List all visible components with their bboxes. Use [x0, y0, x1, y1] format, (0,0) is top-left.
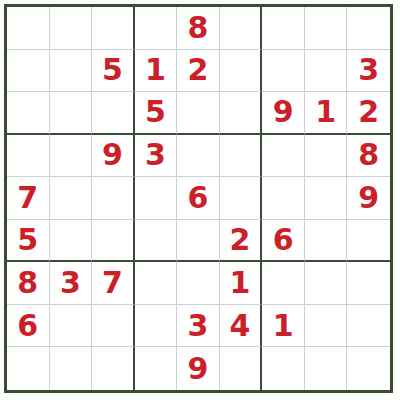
- cell-r1c7[interactable]: [262, 7, 305, 50]
- given-digit: 9: [358, 183, 379, 213]
- cell-r9c3[interactable]: [92, 347, 135, 390]
- cell-r2c7[interactable]: [262, 50, 305, 93]
- cell-r7c5[interactable]: [177, 262, 220, 305]
- cell-r3c1[interactable]: [7, 92, 50, 135]
- cell-r3c2[interactable]: [50, 92, 93, 135]
- cell-r6c1[interactable]: 5: [7, 220, 50, 263]
- given-digit: 2: [188, 55, 209, 85]
- given-digit: 7: [102, 268, 123, 298]
- cell-r5c3[interactable]: [92, 177, 135, 220]
- cell-r9c7[interactable]: [262, 347, 305, 390]
- cell-r5c4[interactable]: [135, 177, 178, 220]
- given-digit: 1: [273, 311, 294, 341]
- given-digit: 8: [188, 13, 209, 43]
- cell-r4c6[interactable]: [220, 135, 263, 178]
- given-digit: 6: [188, 183, 209, 213]
- given-digit: 1: [145, 55, 166, 85]
- cell-r2c4[interactable]: 1: [135, 50, 178, 93]
- given-digit: 8: [358, 140, 379, 170]
- given-digit: 1: [315, 97, 336, 127]
- given-digit: 1: [230, 268, 251, 298]
- cell-r8c1[interactable]: 6: [7, 305, 50, 348]
- cell-r5c9[interactable]: 9: [347, 177, 390, 220]
- cell-r7c2[interactable]: 3: [50, 262, 93, 305]
- cell-r7c6[interactable]: 1: [220, 262, 263, 305]
- cell-r2c3[interactable]: 5: [92, 50, 135, 93]
- cell-r6c4[interactable]: [135, 220, 178, 263]
- cell-r4c9[interactable]: 8: [347, 135, 390, 178]
- cell-r2c1[interactable]: [7, 50, 50, 93]
- cell-r8c4[interactable]: [135, 305, 178, 348]
- cell-r1c2[interactable]: [50, 7, 93, 50]
- given-digit: 9: [273, 97, 294, 127]
- cell-r8c7[interactable]: 1: [262, 305, 305, 348]
- cell-r4c8[interactable]: [305, 135, 348, 178]
- cell-r5c1[interactable]: 7: [7, 177, 50, 220]
- cell-r8c9[interactable]: [347, 305, 390, 348]
- given-digit: 3: [145, 140, 166, 170]
- given-digit: 5: [17, 225, 38, 255]
- cell-r9c5[interactable]: 9: [177, 347, 220, 390]
- cell-r7c1[interactable]: 8: [7, 262, 50, 305]
- sudoku-board: 851235912938769526837163419: [4, 4, 393, 393]
- cell-r8c5[interactable]: 3: [177, 305, 220, 348]
- cell-r3c9[interactable]: 2: [347, 92, 390, 135]
- given-digit: 3: [60, 268, 81, 298]
- given-digit: 8: [17, 268, 38, 298]
- cell-r4c5[interactable]: [177, 135, 220, 178]
- cell-r7c3[interactable]: 7: [92, 262, 135, 305]
- cell-r5c6[interactable]: [220, 177, 263, 220]
- cell-r8c8[interactable]: [305, 305, 348, 348]
- cell-r6c5[interactable]: [177, 220, 220, 263]
- cell-r8c2[interactable]: [50, 305, 93, 348]
- cell-r3c7[interactable]: 9: [262, 92, 305, 135]
- cell-r3c6[interactable]: [220, 92, 263, 135]
- cell-r1c5[interactable]: 8: [177, 7, 220, 50]
- cell-r8c3[interactable]: [92, 305, 135, 348]
- cell-r1c8[interactable]: [305, 7, 348, 50]
- cell-r6c9[interactable]: [347, 220, 390, 263]
- cell-r9c1[interactable]: [7, 347, 50, 390]
- cell-r4c7[interactable]: [262, 135, 305, 178]
- cell-r1c4[interactable]: [135, 7, 178, 50]
- cell-r6c2[interactable]: [50, 220, 93, 263]
- given-digit: 3: [358, 55, 379, 85]
- given-digit: 3: [188, 311, 209, 341]
- cell-r1c3[interactable]: [92, 7, 135, 50]
- cell-r4c3[interactable]: 9: [92, 135, 135, 178]
- given-digit: 6: [17, 311, 38, 341]
- cell-r8c6[interactable]: 4: [220, 305, 263, 348]
- given-digit: 9: [102, 140, 123, 170]
- cell-r3c8[interactable]: 1: [305, 92, 348, 135]
- cell-r5c2[interactable]: [50, 177, 93, 220]
- given-digit: 2: [230, 225, 251, 255]
- cell-r5c5[interactable]: 6: [177, 177, 220, 220]
- cell-r5c7[interactable]: [262, 177, 305, 220]
- cell-r5c8[interactable]: [305, 177, 348, 220]
- given-digit: 5: [145, 97, 166, 127]
- cell-r4c4[interactable]: 3: [135, 135, 178, 178]
- cell-r6c6[interactable]: 2: [220, 220, 263, 263]
- given-digit: 9: [188, 354, 209, 384]
- cell-r3c3[interactable]: [92, 92, 135, 135]
- cell-r1c1[interactable]: [7, 7, 50, 50]
- cell-r7c4[interactable]: [135, 262, 178, 305]
- cell-r4c1[interactable]: [7, 135, 50, 178]
- cell-r4c2[interactable]: [50, 135, 93, 178]
- cell-r2c8[interactable]: [305, 50, 348, 93]
- given-digit: 5: [102, 55, 123, 85]
- given-digit: 7: [17, 183, 38, 213]
- cell-r1c6[interactable]: [220, 7, 263, 50]
- cell-r2c2[interactable]: [50, 50, 93, 93]
- cell-r6c7[interactable]: 6: [262, 220, 305, 263]
- cell-r9c6[interactable]: [220, 347, 263, 390]
- cell-r9c8[interactable]: [305, 347, 348, 390]
- cell-r6c8[interactable]: [305, 220, 348, 263]
- cell-r7c8[interactable]: [305, 262, 348, 305]
- cell-r2c6[interactable]: [220, 50, 263, 93]
- cell-r7c7[interactable]: [262, 262, 305, 305]
- given-digit: 2: [358, 97, 379, 127]
- cell-r9c4[interactable]: [135, 347, 178, 390]
- cell-r3c4[interactable]: 5: [135, 92, 178, 135]
- cell-r3c5[interactable]: [177, 92, 220, 135]
- given-digit: 4: [230, 311, 251, 341]
- cell-r2c9[interactable]: 3: [347, 50, 390, 93]
- cell-r6c3[interactable]: [92, 220, 135, 263]
- cell-r7c9[interactable]: [347, 262, 390, 305]
- cell-r9c2[interactable]: [50, 347, 93, 390]
- cell-r9c9[interactable]: [347, 347, 390, 390]
- cell-r1c9[interactable]: [347, 7, 390, 50]
- cell-r2c5[interactable]: 2: [177, 50, 220, 93]
- given-digit: 6: [273, 225, 294, 255]
